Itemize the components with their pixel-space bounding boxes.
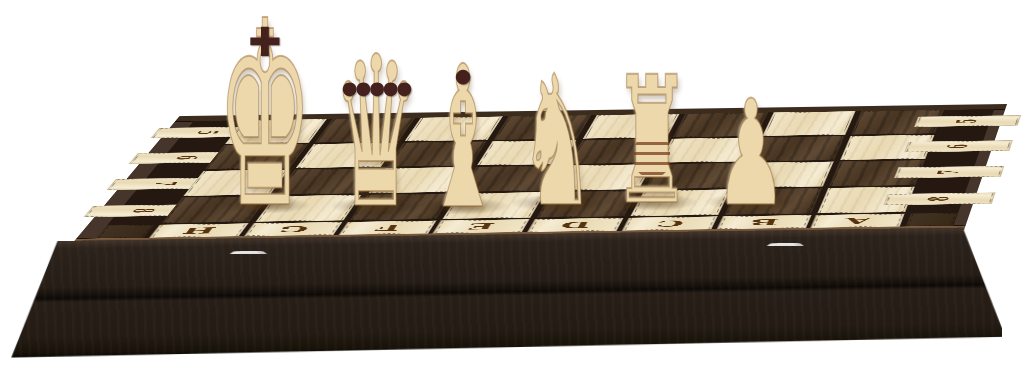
queen-crown-accent: ●●●●●	[342, 79, 411, 97]
pieces-layer: ♚ ✚ ♛ ●●●●● ♝ ● ♞ ♜ ♟	[0, 0, 1024, 373]
product-photo-scene: 5 5 6	[0, 0, 1024, 373]
rook-rings-accent	[634, 135, 670, 177]
bishop-glyph: ♝	[425, 66, 501, 211]
king-cross-accent: ✚	[248, 22, 282, 62]
knight-glyph: ♞	[519, 75, 595, 208]
pawn-glyph: ♟	[715, 99, 787, 207]
bishop-ball-accent: ●	[455, 66, 472, 85]
